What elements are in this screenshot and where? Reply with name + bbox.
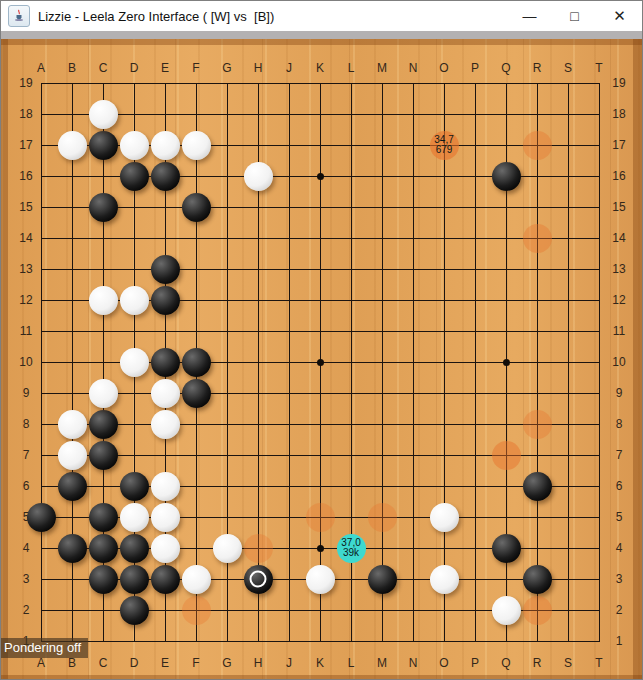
- coord-label: 7: [616, 448, 623, 462]
- suggestion-r8[interactable]: [523, 410, 552, 439]
- stone-white-c12: [89, 286, 118, 315]
- stone-black-e10: [151, 348, 180, 377]
- coord-label: A: [37, 61, 45, 75]
- lizzie-window: Lizzie - Leela Zero Interface ( [W] vs […: [0, 0, 643, 680]
- coord-label: D: [130, 656, 139, 670]
- coord-label: 3: [23, 572, 30, 586]
- coord-label: N: [409, 656, 418, 670]
- stone-white-q2: [492, 596, 521, 625]
- coord-label: 16: [19, 169, 32, 183]
- stone-white-d12: [120, 286, 149, 315]
- coord-label: 13: [19, 262, 32, 276]
- stone-white-h16: [244, 162, 273, 191]
- suggestion-q7[interactable]: [492, 441, 521, 470]
- stone-white-d10: [120, 348, 149, 377]
- go-board[interactable]: AABBCCDDEEFFGGHHJJKKLLMMNNOOPPQQRRSSTT19…: [1, 39, 643, 680]
- coord-label: Q: [501, 656, 510, 670]
- stone-black-m3: [368, 565, 397, 594]
- suggestion-m5[interactable]: [368, 503, 397, 532]
- stone-black-e3: [151, 565, 180, 594]
- stone-black-a5: [27, 503, 56, 532]
- stone-white-e9: [151, 379, 180, 408]
- coord-label: P: [471, 61, 479, 75]
- stone-black-d2: [120, 596, 149, 625]
- coord-label: 13: [612, 262, 625, 276]
- stone-black-r6: [523, 472, 552, 501]
- grid-line: [41, 83, 600, 84]
- grid-line: [568, 83, 569, 642]
- stone-black-e16: [151, 162, 180, 191]
- grid-line: [289, 83, 290, 642]
- stone-white-e4: [151, 534, 180, 563]
- star-point: [317, 173, 324, 180]
- stone-black-h3: [244, 565, 273, 594]
- coord-label: M: [377, 61, 387, 75]
- coord-label: 10: [612, 355, 625, 369]
- grid-line: [41, 641, 600, 642]
- stone-black-c7: [89, 441, 118, 470]
- grid-line: [41, 83, 42, 642]
- grid-line: [382, 83, 383, 642]
- coord-label: O: [439, 656, 448, 670]
- stone-black-c3: [89, 565, 118, 594]
- grid-line: [413, 83, 414, 642]
- titlebar[interactable]: Lizzie - Leela Zero Interface ( [W] vs […: [1, 1, 642, 31]
- coord-label: 12: [612, 293, 625, 307]
- coord-label: J: [286, 656, 292, 670]
- grid-line: [444, 83, 445, 642]
- grid-line: [41, 207, 600, 208]
- coord-label: L: [348, 656, 355, 670]
- stone-black-r3: [523, 565, 552, 594]
- coord-label: R: [533, 656, 542, 670]
- coord-label: 8: [616, 417, 623, 431]
- coord-label: K: [316, 656, 324, 670]
- stone-white-b7: [58, 441, 87, 470]
- coord-label: 1: [616, 634, 623, 648]
- board-edge-top: [1, 39, 643, 45]
- stone-white-o3: [430, 565, 459, 594]
- grid-line: [41, 238, 600, 239]
- stone-white-c18: [89, 100, 118, 129]
- last-move-marker: [250, 571, 267, 588]
- coord-label: 18: [19, 107, 32, 121]
- stone-black-c5: [89, 503, 118, 532]
- coord-label: 6: [616, 479, 623, 493]
- coord-label: 11: [20, 324, 32, 338]
- stone-white-k3: [306, 565, 335, 594]
- coord-label: 14: [612, 231, 625, 245]
- java-coffee-icon: [8, 5, 30, 27]
- coord-label: H: [254, 656, 263, 670]
- coord-label: O: [439, 61, 448, 75]
- stone-black-d16: [120, 162, 149, 191]
- stone-white-e6: [151, 472, 180, 501]
- coord-label: L: [348, 61, 355, 75]
- stone-white-g4: [213, 534, 242, 563]
- stone-black-d4: [120, 534, 149, 563]
- stone-black-f15: [182, 193, 211, 222]
- stone-black-f10: [182, 348, 211, 377]
- stone-white-e17: [151, 131, 180, 160]
- stone-black-d6: [120, 472, 149, 501]
- coord-label: G: [222, 61, 231, 75]
- coord-label: B: [68, 61, 76, 75]
- suggestion-r14[interactable]: [523, 224, 552, 253]
- star-point: [317, 545, 324, 552]
- coord-label: S: [564, 61, 572, 75]
- suggestion-o17[interactable]: 34,7679: [430, 131, 459, 160]
- coord-label: S: [564, 656, 572, 670]
- coord-label: T: [595, 656, 602, 670]
- coord-label: 6: [23, 479, 30, 493]
- grid-line: [41, 393, 600, 394]
- stone-white-f17: [182, 131, 211, 160]
- grid-line: [41, 114, 600, 115]
- coord-label: P: [471, 656, 479, 670]
- stone-black-b6: [58, 472, 87, 501]
- grid-line: [475, 83, 476, 642]
- coord-label: Q: [501, 61, 510, 75]
- stone-white-b17: [58, 131, 87, 160]
- stone-black-e13: [151, 255, 180, 284]
- coord-label: F: [192, 656, 199, 670]
- coord-label: J: [286, 61, 292, 75]
- stone-white-d17: [120, 131, 149, 160]
- grid-line: [599, 83, 600, 642]
- coord-label: 17: [19, 138, 32, 152]
- coord-label: E: [161, 61, 169, 75]
- board-edge-right: [633, 39, 643, 680]
- board-edge-left: [1, 39, 8, 680]
- coord-label: 5: [616, 510, 623, 524]
- status-pondering: Pondering off: [1, 638, 88, 658]
- coord-label: N: [409, 61, 418, 75]
- stone-black-f9: [182, 379, 211, 408]
- stone-black-b4: [58, 534, 87, 563]
- grid-line: [537, 83, 538, 642]
- coord-label: 2: [616, 603, 623, 617]
- close-button[interactable]: ✕: [597, 1, 642, 31]
- window-toolbar-strip: [1, 31, 642, 39]
- suggestion-visits: 39k: [343, 548, 359, 558]
- coord-label: D: [130, 61, 139, 75]
- coord-label: T: [595, 61, 602, 75]
- coord-label: B: [68, 656, 76, 670]
- coord-label: 10: [19, 355, 32, 369]
- coord-label: 19: [612, 76, 625, 90]
- stone-white-e5: [151, 503, 180, 532]
- coord-label: 8: [23, 417, 30, 431]
- coord-label: C: [99, 61, 108, 75]
- suggestion-r17[interactable]: [523, 131, 552, 160]
- suggestion-l4[interactable]: 37,039k: [337, 534, 366, 563]
- star-point: [503, 359, 510, 366]
- stone-black-e12: [151, 286, 180, 315]
- grid-line: [41, 331, 600, 332]
- stone-black-c8: [89, 410, 118, 439]
- stone-white-d5: [120, 503, 149, 532]
- coord-label: E: [161, 656, 169, 670]
- coord-label: K: [316, 61, 324, 75]
- coord-label: 9: [23, 386, 30, 400]
- suggestion-visits: 679: [436, 145, 453, 155]
- coord-label: 18: [612, 107, 625, 121]
- coord-label: 2: [23, 603, 30, 617]
- star-point: [317, 359, 324, 366]
- stone-white-o5: [430, 503, 459, 532]
- coord-label: 3: [616, 572, 623, 586]
- coord-label: M: [377, 656, 387, 670]
- maximize-button[interactable]: □: [552, 1, 597, 31]
- stone-black-d3: [120, 565, 149, 594]
- suggestion-r2[interactable]: [523, 596, 552, 625]
- coord-label: A: [37, 656, 45, 670]
- coord-label: 14: [19, 231, 32, 245]
- stone-white-b8: [58, 410, 87, 439]
- coord-label: F: [192, 61, 199, 75]
- coord-label: 4: [616, 541, 623, 555]
- coord-label: 17: [612, 138, 625, 152]
- suggestion-f2[interactable]: [182, 596, 211, 625]
- suggestion-h4[interactable]: [244, 534, 273, 563]
- coord-label: 7: [23, 448, 30, 462]
- stone-white-f3: [182, 565, 211, 594]
- coord-label: G: [222, 656, 231, 670]
- coord-label: 9: [616, 386, 623, 400]
- window-title: Lizzie - Leela Zero Interface ( [W] vs […: [38, 9, 274, 24]
- grid-line: [41, 269, 600, 270]
- stone-black-q16: [492, 162, 521, 191]
- coord-label: 15: [19, 200, 32, 214]
- coord-label: 12: [19, 293, 32, 307]
- stone-black-c4: [89, 534, 118, 563]
- coord-label: 15: [612, 200, 625, 214]
- stone-black-c15: [89, 193, 118, 222]
- coord-label: H: [254, 61, 263, 75]
- coord-label: C: [99, 656, 108, 670]
- suggestion-k5[interactable]: [306, 503, 335, 532]
- minimize-button[interactable]: —: [507, 1, 552, 31]
- coord-label: 4: [23, 541, 30, 555]
- grid-line: [41, 424, 600, 425]
- stone-white-c9: [89, 379, 118, 408]
- board-edge-bottom: [1, 675, 643, 680]
- coord-label: 11: [613, 324, 625, 338]
- stone-white-e8: [151, 410, 180, 439]
- stone-black-q4: [492, 534, 521, 563]
- coord-label: 16: [612, 169, 625, 183]
- coord-label: R: [533, 61, 542, 75]
- coord-label: 19: [19, 76, 32, 90]
- stone-black-c17: [89, 131, 118, 160]
